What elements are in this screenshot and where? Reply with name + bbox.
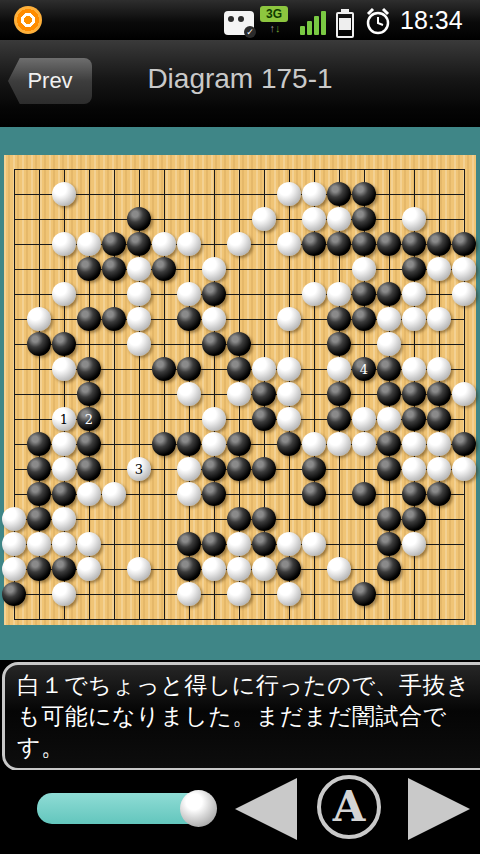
black-stone (77, 357, 101, 381)
white-stone (52, 432, 76, 456)
black-stone (52, 482, 76, 506)
black-stone (377, 382, 401, 406)
white-stone (202, 557, 226, 581)
black-stone (252, 507, 276, 531)
white-stone (452, 282, 476, 306)
black-stone (377, 357, 401, 381)
white-stone (227, 382, 251, 406)
black-stone (302, 232, 326, 256)
black-stone (352, 582, 376, 606)
black-stone (252, 457, 276, 481)
black-stone (327, 182, 351, 206)
white-stone (27, 532, 51, 556)
white-stone (277, 382, 301, 406)
white-stone (327, 357, 351, 381)
black-stone (402, 507, 426, 531)
white-stone (227, 557, 251, 581)
white-stone (52, 507, 76, 531)
black-stone (402, 382, 426, 406)
white-stone (2, 557, 26, 581)
black-stone (102, 307, 126, 331)
white-stone (2, 507, 26, 531)
black-stone (202, 457, 226, 481)
white-stone (77, 557, 101, 581)
black-stone: 2 (77, 407, 101, 431)
white-stone (202, 257, 226, 281)
black-stone (377, 432, 401, 456)
white-stone (352, 432, 376, 456)
white-stone (402, 307, 426, 331)
black-stone (377, 457, 401, 481)
black-stone (277, 557, 301, 581)
board-background: 4123 (0, 127, 480, 660)
white-stone (427, 457, 451, 481)
white-stone (302, 182, 326, 206)
commentary-bubble: 白１でちょっと得しに行ったので、手抜きも可能になりました。まだまだ闇試合です。 (2, 662, 480, 771)
black-stone (27, 482, 51, 506)
app-screen: ✓ 3G ↑↓ 18:34 Prev Diagram 175-1 412 (0, 0, 480, 854)
black-stone (377, 282, 401, 306)
black-stone (127, 207, 151, 231)
black-stone (402, 257, 426, 281)
black-stone (202, 332, 226, 356)
black-stone (202, 482, 226, 506)
black-stone (152, 357, 176, 381)
go-board[interactable]: 4123 (4, 155, 476, 625)
white-stone (227, 532, 251, 556)
white-stone (177, 482, 201, 506)
white-stone (327, 282, 351, 306)
white-stone (77, 532, 101, 556)
white-stone (427, 357, 451, 381)
black-stone (377, 532, 401, 556)
black-stone (402, 232, 426, 256)
black-stone (152, 432, 176, 456)
white-stone (127, 282, 151, 306)
black-stone (352, 207, 376, 231)
black-stone (77, 432, 101, 456)
black-stone (102, 257, 126, 281)
white-stone (377, 307, 401, 331)
white-stone (427, 307, 451, 331)
white-stone (402, 457, 426, 481)
black-stone (52, 332, 76, 356)
black-stone (277, 432, 301, 456)
white-stone (252, 207, 276, 231)
navigation-controls: A (0, 770, 480, 854)
white-stone: 1 (52, 407, 76, 431)
white-stone (277, 407, 301, 431)
white-stone (427, 257, 451, 281)
black-stone (427, 232, 451, 256)
auto-play-button[interactable]: A (317, 775, 381, 839)
black-stone (227, 432, 251, 456)
black-stone (452, 432, 476, 456)
white-stone (402, 432, 426, 456)
white-stone (177, 382, 201, 406)
battery-icon (336, 9, 354, 36)
white-stone (77, 232, 101, 256)
white-stone (177, 582, 201, 606)
black-stone (227, 357, 251, 381)
black-stone (177, 532, 201, 556)
black-stone (27, 432, 51, 456)
white-stone (202, 432, 226, 456)
white-stone (127, 307, 151, 331)
black-stone (227, 457, 251, 481)
black-stone (177, 357, 201, 381)
white-stone (27, 307, 51, 331)
black-stone (177, 432, 201, 456)
white-stone (252, 357, 276, 381)
black-stone (302, 482, 326, 506)
signal-strength-icon (300, 11, 328, 35)
black-stone (252, 382, 276, 406)
black-stone (352, 182, 376, 206)
status-time: 18:34 (400, 6, 476, 34)
white-stone (177, 282, 201, 306)
white-stone (302, 432, 326, 456)
check-icon: ✓ (244, 26, 256, 38)
black-stone (202, 532, 226, 556)
title-bar: Prev Diagram 175-1 (0, 40, 480, 128)
black-stone (352, 232, 376, 256)
white-stone (52, 357, 76, 381)
black-stone (327, 407, 351, 431)
white-stone (327, 557, 351, 581)
black-stone (377, 232, 401, 256)
black-stone (427, 382, 451, 406)
white-stone (377, 332, 401, 356)
white-stone (327, 207, 351, 231)
black-stone (77, 382, 101, 406)
white-stone (127, 557, 151, 581)
black-stone (327, 332, 351, 356)
black-stone (127, 232, 151, 256)
white-stone (402, 282, 426, 306)
white-stone (152, 232, 176, 256)
black-stone (452, 232, 476, 256)
status-bar: ✓ 3G ↑↓ 18:34 (0, 0, 480, 40)
black-stone (27, 557, 51, 581)
white-stone (352, 257, 376, 281)
white-stone (177, 232, 201, 256)
black-stone (177, 557, 201, 581)
white-stone (302, 282, 326, 306)
black-stone (402, 407, 426, 431)
black-stone (227, 507, 251, 531)
previous-move-button[interactable] (235, 778, 297, 840)
black-stone (352, 282, 376, 306)
white-stone (2, 532, 26, 556)
black-stone (77, 457, 101, 481)
app-notification-icon (14, 6, 42, 34)
white-stone (202, 407, 226, 431)
white-stone (52, 582, 76, 606)
black-stone (327, 307, 351, 331)
white-stone (327, 432, 351, 456)
white-stone (427, 432, 451, 456)
black-stone (27, 332, 51, 356)
alarm-clock-icon (362, 5, 394, 37)
black-stone: 4 (352, 357, 376, 381)
white-stone (277, 532, 301, 556)
white-stone (277, 357, 301, 381)
black-stone (352, 482, 376, 506)
black-stone (377, 557, 401, 581)
black-stone (252, 532, 276, 556)
black-stone (427, 482, 451, 506)
black-stone (327, 382, 351, 406)
white-stone (252, 557, 276, 581)
dice-check-icon: ✓ (224, 11, 254, 35)
black-stone (102, 232, 126, 256)
black-stone (402, 482, 426, 506)
black-stone (427, 407, 451, 431)
white-stone (402, 532, 426, 556)
black-stone (77, 307, 101, 331)
white-stone (277, 582, 301, 606)
page-title: Diagram 175-1 (0, 54, 480, 104)
next-move-button[interactable] (408, 778, 470, 840)
white-stone (77, 482, 101, 506)
black-stone (77, 257, 101, 281)
progress-slider-thumb[interactable] (180, 790, 217, 827)
white-stone (452, 382, 476, 406)
mobile-data-3g-icon: 3G ↑↓ (260, 6, 290, 36)
white-stone (127, 257, 151, 281)
white-stone (52, 457, 76, 481)
white-stone: 3 (127, 457, 151, 481)
white-stone (52, 532, 76, 556)
commentary-text: 白１でちょっと得しに行ったので、手抜きも可能になりました。まだまだ闇試合です。 (17, 672, 470, 760)
white-stone (127, 332, 151, 356)
white-stone (452, 457, 476, 481)
white-stone (177, 457, 201, 481)
white-stone (302, 207, 326, 231)
black-stone (2, 582, 26, 606)
white-stone (277, 182, 301, 206)
black-stone (302, 457, 326, 481)
black-stone (177, 307, 201, 331)
white-stone (202, 307, 226, 331)
black-stone (27, 457, 51, 481)
white-stone (52, 182, 76, 206)
white-stone (452, 257, 476, 281)
white-stone (102, 482, 126, 506)
white-stone (377, 407, 401, 431)
black-stone (377, 507, 401, 531)
black-stone (327, 232, 351, 256)
black-stone (202, 282, 226, 306)
white-stone (52, 232, 76, 256)
white-stone (277, 307, 301, 331)
white-stone (402, 357, 426, 381)
white-stone (402, 207, 426, 231)
black-stone (352, 307, 376, 331)
white-stone (302, 532, 326, 556)
white-stone (52, 282, 76, 306)
black-stone (152, 257, 176, 281)
black-stone (227, 332, 251, 356)
white-stone (352, 407, 376, 431)
black-stone (252, 407, 276, 431)
black-stone (52, 557, 76, 581)
black-stone (27, 507, 51, 531)
white-stone (277, 232, 301, 256)
white-stone (227, 582, 251, 606)
white-stone (227, 232, 251, 256)
